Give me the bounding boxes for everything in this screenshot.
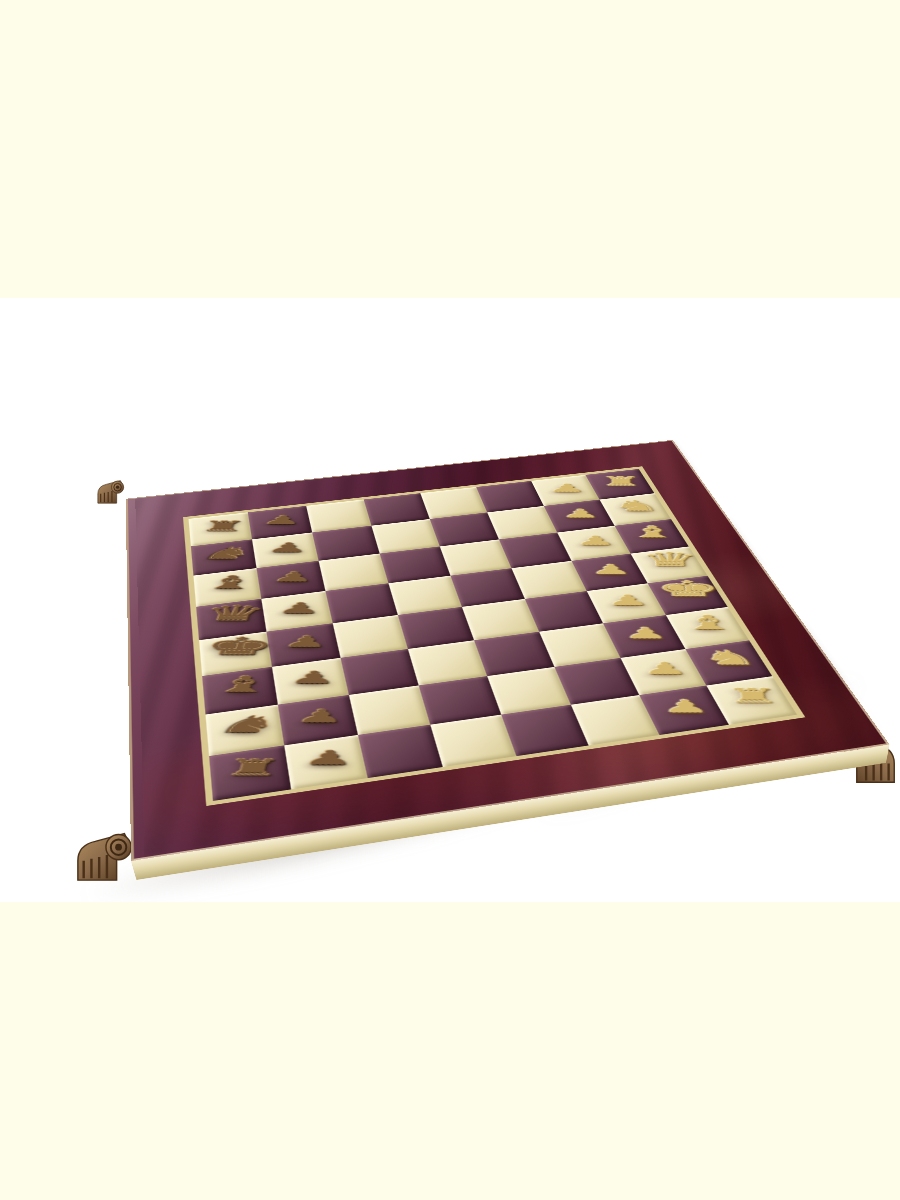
perspective-stretch: ♜♞♝♛♚♝♞♜♟♟♟♟♟♟♟♟♟♟♟♟♟♟♟♟♜♞♝♛♚♝♞♜ (0, 298, 900, 902)
photo-caption: Overhead product photo of a metal chess … (0, 16, 1, 17)
scene: ♜♞♝♛♚♝♞♜♟♟♟♟♟♟♟♟♟♟♟♟♟♟♟♟♜♞♝♛♚♝♞♜ (0, 298, 900, 902)
square-h6[interactable] (358, 725, 443, 778)
photo-area: ♜♞♝♛♚♝♞♜♟♟♟♟♟♟♟♟♟♟♟♟♟♟♟♟♜♞♝♛♚♝♞♜ (0, 298, 900, 902)
chess-board: ♜♞♝♛♚♝♞♜♟♟♟♟♟♟♟♟♟♟♟♟♟♟♟♟♜♞♝♛♚♝♞♜ (126, 440, 890, 861)
backdrop: Overhead product photo of a metal chess … (0, 0, 900, 1200)
board-grid: ♜♞♝♛♚♝♞♜♟♟♟♟♟♟♟♟♟♟♟♟♟♟♟♟♜♞♝♛♚♝♞♜ (183, 466, 805, 806)
board-frame: ♜♞♝♛♚♝♞♜♟♟♟♟♟♟♟♟♟♟♟♟♟♟♟♟♜♞♝♛♚♝♞♜ (126, 440, 890, 861)
square-h7[interactable] (284, 735, 367, 789)
square-h8[interactable] (209, 745, 291, 801)
